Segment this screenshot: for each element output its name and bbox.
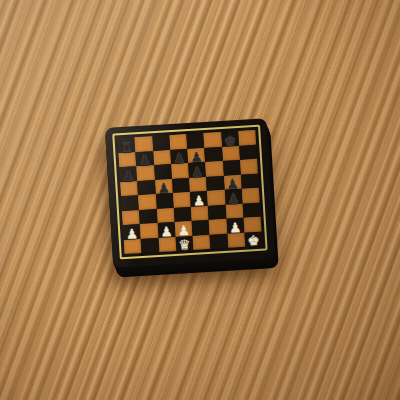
square-h1[interactable]: ♚ [244, 231, 262, 247]
square-h6[interactable] [240, 159, 258, 175]
square-g2[interactable]: ♟ [226, 218, 244, 234]
piece-black-pawn: ♟ [226, 178, 239, 190]
square-g6[interactable] [223, 160, 241, 176]
square-e3[interactable] [191, 205, 209, 221]
square-f7[interactable] [205, 146, 223, 162]
chess-board: ♜♚♟♟♟♟♟♟♟♟♟♟♟♟♟♛♚ [118, 130, 263, 254]
photo-scene: ♜♚♟♟♟♟♟♟♟♟♟♟♟♟♟♛♚ [0, 0, 400, 400]
square-a1[interactable] [124, 239, 142, 255]
square-d1[interactable]: ♛ [175, 235, 193, 251]
square-f8[interactable] [204, 132, 222, 148]
square-b6[interactable] [137, 165, 155, 181]
square-a4[interactable] [121, 195, 139, 211]
square-f1[interactable] [210, 233, 228, 249]
square-d5[interactable] [172, 178, 190, 194]
square-f4[interactable] [207, 190, 225, 206]
square-a5[interactable] [120, 181, 138, 197]
square-g5[interactable]: ♟ [223, 174, 241, 190]
piece-black-pawn: ♟ [138, 154, 151, 166]
square-a2[interactable]: ♟ [123, 224, 141, 240]
square-b2[interactable] [140, 223, 158, 239]
piece-black-pawn: ♟ [227, 192, 240, 204]
piece-black-pawn: ♟ [157, 182, 170, 194]
square-e7[interactable]: ♟ [187, 148, 205, 164]
piece-white-pawn: ♟ [193, 195, 206, 207]
square-b8[interactable] [135, 136, 153, 152]
square-e5[interactable] [189, 176, 207, 192]
square-a8[interactable]: ♜ [118, 137, 136, 153]
square-g3[interactable] [225, 203, 243, 219]
square-c2[interactable]: ♟ [157, 222, 175, 238]
square-b7[interactable]: ♟ [136, 151, 154, 167]
lego-chess-tile: ♜♚♟♟♟♟♟♟♟♟♟♟♟♟♟♛♚ [105, 118, 275, 268]
piece-white-pawn: ♟ [160, 226, 173, 238]
square-d2[interactable]: ♟ [174, 221, 192, 237]
square-h2[interactable] [243, 217, 261, 233]
piece-white-king: ♚ [247, 235, 260, 247]
square-b3[interactable] [139, 209, 157, 225]
piece-black-pawn: ♟ [191, 166, 204, 178]
square-e4[interactable]: ♟ [190, 191, 208, 207]
piece-black-pawn: ♟ [190, 151, 203, 163]
square-b5[interactable] [137, 180, 155, 196]
piece-white-pawn: ♟ [229, 221, 242, 233]
square-d6[interactable] [171, 163, 189, 179]
square-f2[interactable] [209, 219, 227, 235]
square-h7[interactable] [239, 144, 257, 160]
square-d7[interactable]: ♟ [170, 149, 188, 165]
piece-black-rook: ♜ [120, 141, 133, 153]
square-f5[interactable] [206, 175, 224, 191]
board-frame: ♜♚♟♟♟♟♟♟♟♟♟♟♟♟♟♛♚ [112, 125, 267, 260]
square-b1[interactable] [141, 238, 159, 254]
piece-white-pawn: ♟ [177, 225, 190, 237]
square-a6[interactable]: ♟ [119, 166, 137, 182]
piece-white-queen: ♛ [178, 239, 191, 251]
square-h8[interactable] [238, 130, 256, 146]
square-a7[interactable] [118, 152, 136, 168]
piece-black-pawn: ♟ [122, 170, 135, 182]
square-a3[interactable] [122, 210, 140, 226]
square-g1[interactable] [227, 232, 245, 248]
square-c3[interactable] [156, 208, 174, 224]
square-h4[interactable] [242, 188, 260, 204]
square-g4[interactable]: ♟ [224, 189, 242, 205]
square-g7[interactable] [222, 145, 240, 161]
square-c6[interactable] [154, 164, 172, 180]
square-c1[interactable] [158, 236, 176, 252]
square-b4[interactable] [138, 194, 156, 210]
square-d4[interactable] [173, 192, 191, 208]
square-h3[interactable] [242, 202, 260, 218]
piece-black-king: ♚ [224, 135, 237, 147]
square-e2[interactable] [192, 220, 210, 236]
square-c8[interactable] [152, 135, 170, 151]
square-d3[interactable] [174, 206, 192, 222]
tile-face: ♜♚♟♟♟♟♟♟♟♟♟♟♟♟♟♛♚ [105, 118, 275, 268]
square-e6[interactable]: ♟ [188, 162, 206, 178]
square-e1[interactable] [193, 234, 211, 250]
square-g8[interactable]: ♚ [221, 131, 239, 147]
square-c5[interactable]: ♟ [155, 179, 173, 195]
square-f3[interactable] [208, 204, 226, 220]
square-c7[interactable] [153, 150, 171, 166]
piece-white-pawn: ♟ [126, 228, 139, 240]
piece-black-pawn: ♟ [173, 152, 186, 164]
square-f6[interactable] [205, 161, 223, 177]
square-c4[interactable] [156, 193, 174, 209]
square-h5[interactable] [241, 173, 259, 189]
square-e8[interactable] [186, 133, 204, 149]
square-d8[interactable] [169, 134, 187, 150]
